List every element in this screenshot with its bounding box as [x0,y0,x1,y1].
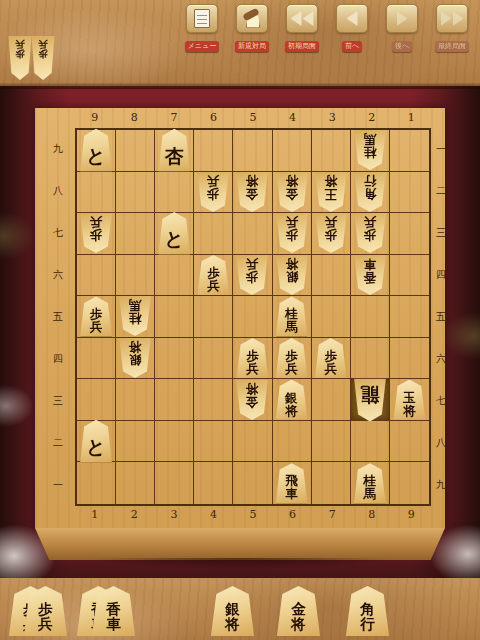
coord-label: 九 [51,128,65,170]
coord-label: 9 [75,111,115,125]
new-game-icon [236,4,268,33]
shogi-board: 987654321 123456789 九八七六五四三二一 一二三四五六七八九 … [35,108,445,528]
board-cell: 銀将 [273,255,312,297]
board-cell: 銀将 [273,379,312,421]
toolbar-button-label: 前へ [342,41,362,52]
shogi-piece-桂馬: 桂馬 [119,296,152,336]
shogi-piece-と: と [80,129,113,172]
coord-label: 八 [434,422,448,464]
coord-label: 6 [194,111,234,125]
shogi-piece-歩兵: 歩兵 [80,213,113,253]
coord-label: 七 [51,212,65,254]
board-cell: 金将 [273,172,312,214]
board-front-edge [35,528,445,560]
coord-label: 5 [233,508,273,522]
coord-label: 一 [51,464,65,506]
coord-label: 六 [51,254,65,296]
toolbar-button-label: 最終局面 [435,41,469,52]
board-cell: 香車 [351,255,390,297]
board-cell [390,338,429,380]
board-cell [390,130,429,172]
coord-label: 六 [434,338,448,380]
board-cell: 歩兵 [273,338,312,380]
coord-label: 二 [51,422,65,464]
shogi-piece-龍: 龍 [353,378,386,421]
board-cell [155,421,194,463]
file-labels-top: 987654321 [75,111,431,125]
board-cell [155,296,194,338]
board-cell [273,421,312,463]
coord-label: 2 [115,508,155,522]
coord-label: 8 [352,508,392,522]
coord-label: 4 [273,111,313,125]
shogi-piece-玉将: 玉将 [393,380,426,420]
shogi-piece-歩兵: 歩兵 [197,255,230,295]
last-move-icon [436,4,468,33]
coord-label: 三 [434,212,448,254]
board-cell [155,172,194,214]
shogi-piece-歩兵: 歩兵 [236,255,269,295]
toolbar-button-label: 新規対局 [235,41,269,52]
shogi-piece-歩兵: 歩兵 [314,213,347,253]
shogi-piece-王将: 王将 [314,172,347,212]
shogi-piece-と: と [158,212,191,255]
board-cell [155,379,194,421]
coord-label: 四 [51,338,65,380]
board-cell [194,462,233,504]
board-cell [312,296,351,338]
board-cell [233,462,272,504]
board-cell: と [77,130,116,172]
file-labels-bottom: 123456789 [75,508,431,522]
shogi-piece-香車: 香車 [353,255,386,295]
board-cell [233,421,272,463]
board-cell [77,379,116,421]
panel-shadow-line [0,83,480,89]
board-cell [233,213,272,255]
board-cell: 歩兵 [233,338,272,380]
board-cell [390,296,429,338]
board-cell: 歩兵 [312,213,351,255]
board-cell [194,130,233,172]
coord-label: 5 [233,111,273,125]
board-cell: 桂馬 [273,296,312,338]
board-cell: 歩兵 [194,172,233,214]
board-cell: 歩兵 [312,338,351,380]
board-cell: 金将 [233,172,272,214]
board-cell [194,379,233,421]
board-cell [77,172,116,214]
board-cell [155,255,194,297]
toolbar-button-first-move[interactable]: 初期局面 [281,4,323,52]
shogi-piece-歩兵: 歩兵 [353,213,386,253]
board-cell [390,172,429,214]
board-cell: 銀将 [116,338,155,380]
coord-label: 八 [51,170,65,212]
board-cell: 歩兵 [233,255,272,297]
board-cell: 桂馬 [116,296,155,338]
coord-label: 1 [75,508,115,522]
shogi-piece-角行: 角行 [353,172,386,212]
board-cell: 飛車 [273,462,312,504]
toolbar-button-label: 後へ [392,41,412,52]
board-cell [312,462,351,504]
board-cell [116,462,155,504]
coord-label: 三 [51,380,65,422]
board-cell [194,296,233,338]
board-cell [390,462,429,504]
shogi-piece-金将: 金将 [275,172,308,212]
shogi-piece-銀将: 銀将 [119,338,152,378]
shogi-piece-歩兵: 歩兵 [197,172,230,212]
board-cell [194,213,233,255]
shogi-piece-歩兵: 歩兵 [314,338,347,378]
coord-label: 3 [312,111,352,125]
shogi-piece-銀将: 銀将 [275,380,308,420]
board-cell: 桂馬 [351,462,390,504]
app-screen: メニュー新規対局初期局面前へ後へ最終局面 歩兵歩兵 987654321 1234… [0,0,480,640]
coord-label: 2 [352,111,392,125]
board-cell [312,255,351,297]
board-cell [312,421,351,463]
board-cell [116,172,155,214]
shogi-piece-金将: 金将 [236,380,269,420]
shogi-piece-歩兵: 歩兵 [275,338,308,378]
coord-label: 七 [434,380,448,422]
board-cell: と [155,213,194,255]
board-cell [233,296,272,338]
board-cell [116,421,155,463]
next-move-icon [386,4,418,33]
board-cell [155,338,194,380]
board-cell [116,213,155,255]
toolbar: メニュー新規対局初期局面前へ後へ最終局面 [0,4,480,82]
board-cell [312,130,351,172]
coord-label: 五 [51,296,65,338]
coord-label: 二 [434,170,448,212]
shogi-piece-桂馬: 桂馬 [353,463,386,503]
board-cell: 龍 [351,379,390,421]
toolbar-button-label: メニュー [185,41,220,52]
coord-label: 8 [115,111,155,125]
toolbar-button-prev-move[interactable]: 前へ [331,4,373,52]
board-cell [351,338,390,380]
board-cell [351,421,390,463]
rank-labels-right: 一二三四五六七八九 [434,128,448,506]
toolbar-button-last-move[interactable]: 最終局面 [431,4,473,52]
menu-icon [186,4,218,33]
first-move-icon [286,4,318,33]
board-cell: と [77,421,116,463]
coord-label: 1 [392,111,432,125]
board-cell [390,421,429,463]
prev-move-icon [336,4,368,33]
board-cell: 王将 [312,172,351,214]
coord-label: 九 [434,464,448,506]
coord-label: 9 [392,508,432,522]
coord-label: 一 [434,128,448,170]
board-cell [312,379,351,421]
coord-label: 4 [194,508,234,522]
shogi-piece-桂馬: 桂馬 [275,296,308,336]
toolbar-button-menu[interactable]: メニュー [181,4,223,52]
toolbar-button-label: 初期局面 [285,41,319,52]
board-cell [194,338,233,380]
shogi-piece-金将: 金将 [236,172,269,212]
toolbar-button-next-move[interactable]: 後へ [381,4,423,52]
board-cell [77,462,116,504]
shogi-piece-と: と [80,420,113,463]
board-cell: 桂馬 [351,130,390,172]
board-cell [273,130,312,172]
board-cell [116,255,155,297]
board-cell: 杏 [155,130,194,172]
board-cell: 玉将 [390,379,429,421]
board-cell [155,462,194,504]
board-cell [77,338,116,380]
board-cell [233,130,272,172]
coord-label: 6 [273,508,313,522]
coord-label: 7 [154,111,194,125]
shogi-piece-桂馬: 桂馬 [353,130,386,170]
board-cell: 金将 [233,379,272,421]
board-cell: 歩兵 [194,255,233,297]
shogi-piece-飛車: 飛車 [275,463,308,503]
board-cell [351,296,390,338]
shogi-piece-歩兵: 歩兵 [80,296,113,336]
board-cell: 歩兵 [273,213,312,255]
board-cell [390,213,429,255]
board-cell [77,255,116,297]
board-cell [194,421,233,463]
board-grid: と杏桂馬歩兵金将金将王将角行歩兵と歩兵歩兵歩兵歩兵歩兵銀将香車歩兵桂馬桂馬銀将歩… [75,128,431,506]
board-cell: 歩兵 [351,213,390,255]
rank-labels-left: 九八七六五四三二一 [51,128,65,506]
board-cell: 歩兵 [77,296,116,338]
shogi-piece-歩兵: 歩兵 [275,213,308,253]
coord-label: 3 [154,508,194,522]
coord-label: 五 [434,296,448,338]
board-cell [390,255,429,297]
board-cell [116,130,155,172]
shogi-piece-杏: 杏 [158,129,191,172]
coord-label: 7 [312,508,352,522]
board-cell [116,379,155,421]
coord-label: 四 [434,254,448,296]
shogi-piece-銀将: 銀将 [275,255,308,295]
board-cell: 角行 [351,172,390,214]
toolbar-button-new-game[interactable]: 新規対局 [231,4,273,52]
board-cell: 歩兵 [77,213,116,255]
shogi-piece-歩兵: 歩兵 [236,338,269,378]
board-shadow [55,558,425,572]
